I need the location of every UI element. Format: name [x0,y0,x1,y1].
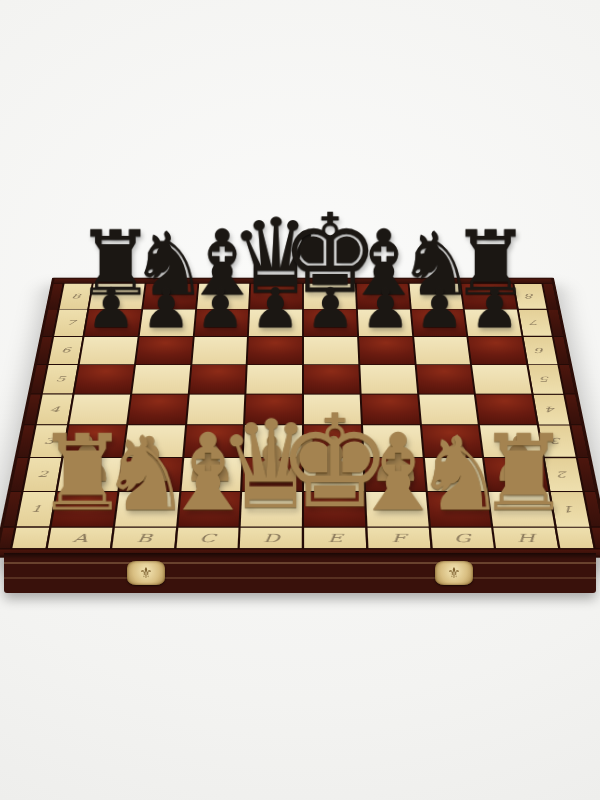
black-pawn[interactable]: ♟ [86,280,135,335]
square-e7[interactable]: ♟ [304,310,357,336]
file-label-h: H [494,528,559,549]
square-g6[interactable] [414,337,471,364]
square-a6[interactable] [80,337,138,364]
square-b6[interactable] [136,337,193,364]
corner-label-right [557,528,594,549]
fleur-de-lis-icon: ⚜ [447,566,460,581]
square-c6[interactable] [192,337,247,364]
black-pawn[interactable]: ♟ [141,280,190,335]
square-f6[interactable] [359,337,414,364]
rank-label-right-6: 6 [523,337,557,364]
black-pawn[interactable]: ♟ [361,280,410,335]
black-pawn[interactable]: ♟ [196,280,245,335]
square-d7[interactable]: ♟ [249,310,302,336]
white-rook[interactable]: ♜ [477,421,571,526]
board-frame-right [571,425,588,456]
file-label-g: G [430,528,494,549]
file-label-c: C [176,528,239,549]
square-h6[interactable] [469,337,527,364]
file-label-a: A [48,528,113,549]
chess-board: 8♜♞♝♛♚♝♞♜87♟♟♟♟♟♟♟♟7665544332♟♟♟♟♟♟♟♟21♜… [0,278,600,558]
file-label-d: D [240,528,302,549]
square-h7[interactable]: ♟ [465,310,521,336]
square-g7[interactable]: ♟ [411,310,466,336]
file-label-b: B [112,528,176,549]
square-b7[interactable]: ♟ [139,310,194,336]
file-label-f: F [367,528,430,549]
square-a5[interactable] [75,365,134,394]
box-front-panel: ⚜ ⚜ [4,553,596,593]
black-pawn[interactable]: ♟ [415,280,464,335]
square-d6[interactable] [248,337,302,364]
square-e6[interactable] [304,337,358,364]
square-b5[interactable] [132,365,190,394]
black-pawn[interactable]: ♟ [306,280,355,335]
rank-label-left-6: 6 [49,337,83,364]
square-h5[interactable] [472,365,531,394]
square-g5[interactable] [416,365,474,394]
rank-label-left-7: 7 [54,310,87,336]
corner-label-left [12,528,49,549]
fleur-de-lis-icon: ⚜ [139,566,152,581]
black-pawn[interactable]: ♟ [470,280,519,335]
file-label-e: E [304,528,366,549]
square-f7[interactable]: ♟ [358,310,412,336]
black-pawn[interactable]: ♟ [251,280,300,335]
square-h1[interactable]: ♜ [489,492,554,527]
square-c7[interactable]: ♟ [194,310,248,336]
rank-label-right-5: 5 [528,365,563,394]
photo-scene: 8♜♞♝♛♚♝♞♜87♟♟♟♟♟♟♟♟7665544332♟♟♟♟♟♟♟♟21♜… [0,0,600,800]
clasp-left: ⚜ [127,561,165,585]
rank-label-right-7: 7 [519,310,552,336]
square-a7[interactable]: ♟ [85,310,141,336]
square-c5[interactable] [189,365,246,394]
rank-label-left-5: 5 [43,365,78,394]
clasp-right: ⚜ [435,561,473,585]
